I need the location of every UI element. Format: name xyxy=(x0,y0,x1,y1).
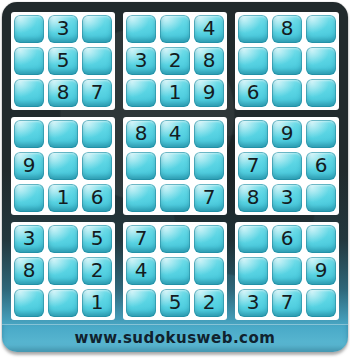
cell-r9c3[interactable]: 1 xyxy=(82,289,112,317)
block-3-2: 7452 xyxy=(123,222,227,320)
cell-r3c2[interactable]: 8 xyxy=(48,79,78,107)
clue-digit: 6 xyxy=(281,228,294,248)
cell-r7c7[interactable] xyxy=(238,225,268,253)
cell-r9c4[interactable] xyxy=(126,289,156,317)
footer-bar: www.sudokusweb.com xyxy=(2,324,348,352)
clue-digit: 1 xyxy=(91,292,104,312)
cell-r1c9[interactable] xyxy=(306,15,336,43)
cell-r1c4[interactable] xyxy=(126,15,156,43)
clue-digit: 4 xyxy=(169,123,182,143)
clue-digit: 6 xyxy=(91,187,104,207)
cell-r7c8[interactable]: 6 xyxy=(272,225,302,253)
cell-r9c5[interactable]: 5 xyxy=(160,289,190,317)
clue-digit: 8 xyxy=(281,18,294,38)
cell-r8c1[interactable]: 8 xyxy=(14,257,44,285)
cell-r2c6[interactable]: 8 xyxy=(194,47,224,75)
cell-r1c1[interactable] xyxy=(14,15,44,43)
cell-r8c3[interactable]: 2 xyxy=(82,257,112,285)
clue-digit: 9 xyxy=(281,123,294,143)
block-1-1: 3587 xyxy=(11,12,115,110)
cell-r8c5[interactable] xyxy=(160,257,190,285)
cell-r1c2[interactable]: 3 xyxy=(48,15,78,43)
clue-digit: 7 xyxy=(247,155,260,175)
cell-r4c3[interactable] xyxy=(82,120,112,148)
cell-r9c2[interactable] xyxy=(48,289,78,317)
clue-digit: 5 xyxy=(91,228,104,248)
clue-digit: 7 xyxy=(91,82,104,102)
cell-r8c8[interactable] xyxy=(272,257,302,285)
page: 358743281986916847976833582174526937 www… xyxy=(0,0,350,360)
cell-r7c2[interactable] xyxy=(48,225,78,253)
clue-digit: 5 xyxy=(57,50,70,70)
block-2-2: 847 xyxy=(123,117,227,215)
cell-r5c4[interactable] xyxy=(126,152,156,180)
cell-r5c9[interactable]: 6 xyxy=(306,152,336,180)
cell-r3c5[interactable]: 1 xyxy=(160,79,190,107)
clue-digit: 2 xyxy=(91,260,104,280)
cell-r5c2[interactable] xyxy=(48,152,78,180)
sudoku-board: 358743281986916847976833582174526937 xyxy=(2,2,348,324)
cell-r6c2[interactable]: 1 xyxy=(48,184,78,212)
clue-digit: 8 xyxy=(135,123,148,143)
cell-r7c6[interactable] xyxy=(194,225,224,253)
clue-digit: 3 xyxy=(247,292,260,312)
cell-r2c8[interactable] xyxy=(272,47,302,75)
block-1-3: 86 xyxy=(235,12,339,110)
cell-r9c9[interactable] xyxy=(306,289,336,317)
cell-r9c8[interactable]: 7 xyxy=(272,289,302,317)
clue-digit: 6 xyxy=(247,82,260,102)
cell-r6c7[interactable]: 8 xyxy=(238,184,268,212)
block-2-3: 97683 xyxy=(235,117,339,215)
cell-r9c6[interactable]: 2 xyxy=(194,289,224,317)
cell-r4c4[interactable]: 8 xyxy=(126,120,156,148)
clue-digit: 2 xyxy=(203,292,216,312)
cell-r8c9[interactable]: 9 xyxy=(306,257,336,285)
cell-r3c4[interactable] xyxy=(126,79,156,107)
cell-r2c1[interactable] xyxy=(14,47,44,75)
clue-digit: 3 xyxy=(281,187,294,207)
cell-r6c8[interactable]: 3 xyxy=(272,184,302,212)
cell-r2c5[interactable]: 2 xyxy=(160,47,190,75)
cell-r5c7[interactable]: 7 xyxy=(238,152,268,180)
cell-r2c9[interactable] xyxy=(306,47,336,75)
cell-r7c1[interactable]: 3 xyxy=(14,225,44,253)
clue-digit: 7 xyxy=(203,187,216,207)
cell-r4c5[interactable]: 4 xyxy=(160,120,190,148)
cell-r8c7[interactable] xyxy=(238,257,268,285)
cell-r5c6[interactable] xyxy=(194,152,224,180)
cell-r1c8[interactable]: 8 xyxy=(272,15,302,43)
clue-digit: 9 xyxy=(23,155,36,175)
cell-r5c5[interactable] xyxy=(160,152,190,180)
cell-r3c7[interactable]: 6 xyxy=(238,79,268,107)
cell-r6c1[interactable] xyxy=(14,184,44,212)
cell-r6c4[interactable] xyxy=(126,184,156,212)
cell-r3c9[interactable] xyxy=(306,79,336,107)
cell-r6c6[interactable]: 7 xyxy=(194,184,224,212)
clue-digit: 7 xyxy=(281,292,294,312)
cell-r6c3[interactable]: 6 xyxy=(82,184,112,212)
cell-r3c1[interactable] xyxy=(14,79,44,107)
cell-r2c7[interactable] xyxy=(238,47,268,75)
clue-digit: 1 xyxy=(57,187,70,207)
cell-r5c1[interactable]: 9 xyxy=(14,152,44,180)
block-1-2: 432819 xyxy=(123,12,227,110)
cell-r4c8[interactable]: 9 xyxy=(272,120,302,148)
clue-digit: 7 xyxy=(135,228,148,248)
clue-digit: 1 xyxy=(169,82,182,102)
clue-digit: 4 xyxy=(203,18,216,38)
clue-digit: 2 xyxy=(169,50,182,70)
cell-r4c1[interactable] xyxy=(14,120,44,148)
clue-digit: 5 xyxy=(169,292,182,312)
cell-r3c8[interactable] xyxy=(272,79,302,107)
cell-r4c9[interactable] xyxy=(306,120,336,148)
cell-r2c4[interactable]: 3 xyxy=(126,47,156,75)
block-2-1: 916 xyxy=(11,117,115,215)
cell-r1c5[interactable] xyxy=(160,15,190,43)
block-3-3: 6937 xyxy=(235,222,339,320)
cell-r3c6[interactable]: 9 xyxy=(194,79,224,107)
clue-digit: 3 xyxy=(23,228,36,248)
cell-r8c6[interactable] xyxy=(194,257,224,285)
cell-r6c5[interactable] xyxy=(160,184,190,212)
cell-r8c4[interactable]: 4 xyxy=(126,257,156,285)
website-url: www.sudokusweb.com xyxy=(75,329,276,347)
cell-r1c3[interactable] xyxy=(82,15,112,43)
cell-r5c8[interactable] xyxy=(272,152,302,180)
clue-digit: 4 xyxy=(135,260,148,280)
clue-digit: 8 xyxy=(23,260,36,280)
cell-r7c5[interactable] xyxy=(160,225,190,253)
cell-r8c2[interactable] xyxy=(48,257,78,285)
block-3-1: 35821 xyxy=(11,222,115,320)
cell-r4c7[interactable] xyxy=(238,120,268,148)
cell-r3c3[interactable]: 7 xyxy=(82,79,112,107)
cell-r9c7[interactable]: 3 xyxy=(238,289,268,317)
clue-digit: 9 xyxy=(203,82,216,102)
cell-r5c3[interactable] xyxy=(82,152,112,180)
cell-r7c9[interactable] xyxy=(306,225,336,253)
cell-r2c2[interactable]: 5 xyxy=(48,47,78,75)
clue-digit: 9 xyxy=(315,260,328,280)
clue-digit: 8 xyxy=(57,82,70,102)
cell-r1c6[interactable]: 4 xyxy=(194,15,224,43)
cell-r2c3[interactable] xyxy=(82,47,112,75)
cell-r9c1[interactable] xyxy=(14,289,44,317)
cell-r6c9[interactable] xyxy=(306,184,336,212)
clue-digit: 3 xyxy=(135,50,148,70)
clue-digit: 8 xyxy=(203,50,216,70)
clue-digit: 8 xyxy=(247,187,260,207)
sudoku-widget: 358743281986916847976833582174526937 www… xyxy=(2,2,348,352)
cell-r1c7[interactable] xyxy=(238,15,268,43)
cell-r4c2[interactable] xyxy=(48,120,78,148)
clue-digit: 6 xyxy=(315,155,328,175)
clue-digit: 3 xyxy=(57,18,70,38)
cell-r7c4[interactable]: 7 xyxy=(126,225,156,253)
cell-r7c3[interactable]: 5 xyxy=(82,225,112,253)
cell-r4c6[interactable] xyxy=(194,120,224,148)
